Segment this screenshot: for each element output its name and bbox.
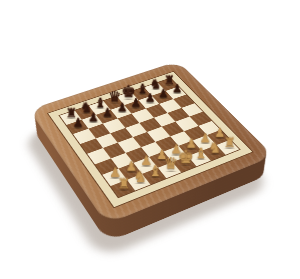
square-a1 xyxy=(110,180,134,198)
chess-box: ♜♞♝♛♚♝♞♜♟♟♟♟♟♟♟♟♟♟♟♟♟♟♟♟♜♞♝♛♚♝♞♜ xyxy=(29,61,274,224)
square-h2 xyxy=(207,130,230,145)
square-e3 xyxy=(155,136,178,151)
square-f3 xyxy=(170,131,193,146)
square-b2 xyxy=(118,163,142,180)
square-e1 xyxy=(172,156,196,172)
square-c2 xyxy=(133,157,157,173)
square-e2 xyxy=(164,146,187,162)
square-a2 xyxy=(102,169,126,186)
square-d2 xyxy=(149,152,173,168)
square-c1 xyxy=(142,168,166,185)
square-b3 xyxy=(110,153,133,169)
square-a3 xyxy=(95,158,118,174)
square-b1 xyxy=(126,174,150,191)
square-d3 xyxy=(140,142,163,158)
square-c3 xyxy=(125,147,148,163)
square-c4 xyxy=(118,137,141,152)
square-g2 xyxy=(192,135,215,150)
square-g1 xyxy=(201,145,225,161)
square-d1 xyxy=(157,162,181,179)
square-b4 xyxy=(103,143,126,159)
square-a4 xyxy=(87,148,110,164)
square-f2 xyxy=(178,141,201,157)
square-h1 xyxy=(216,140,240,155)
square-d4 xyxy=(132,132,155,147)
chess-set-photo: ♜♞♝♛♚♝♞♜♟♟♟♟♟♟♟♟♟♟♟♟♟♟♟♟♜♞♝♛♚♝♞♜ xyxy=(0,0,300,279)
square-f1 xyxy=(187,150,211,166)
square-b5 xyxy=(95,133,117,148)
chess-board xyxy=(60,78,240,197)
square-a5 xyxy=(80,138,103,153)
